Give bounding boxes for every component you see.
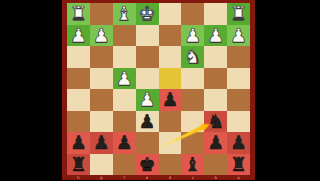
- square-e2[interactable]: [136, 25, 159, 47]
- piece-black-rook: ♜: [227, 154, 250, 176]
- file-label-d: d: [159, 175, 182, 181]
- square-d8[interactable]: [159, 154, 182, 176]
- square-f7[interactable]: ♟: [113, 132, 136, 154]
- video-frame: ♜♝♚♜♟♟♟♟♟♞♟♟♟♟♞♟♟♟♟♟♜♚♝♜ hgfedcba: [0, 0, 320, 180]
- square-h2[interactable]: ♟: [67, 25, 90, 47]
- square-h6[interactable]: [67, 111, 90, 133]
- square-h8[interactable]: ♜: [67, 154, 90, 176]
- square-c3[interactable]: ♞: [181, 46, 204, 68]
- file-label-a: a: [227, 175, 250, 181]
- piece-white-rook: ♜: [67, 3, 90, 25]
- square-d6[interactable]: [159, 111, 182, 133]
- square-d4[interactable]: [159, 68, 182, 90]
- board-frame: ♜♝♚♜♟♟♟♟♟♞♟♟♟♟♞♟♟♟♟♟♜♚♝♜ hgfedcba: [62, 0, 255, 180]
- piece-black-knight: ♞: [204, 111, 227, 133]
- piece-white-pawn: ♟: [113, 68, 136, 90]
- file-label-h: h: [67, 175, 90, 181]
- square-c8[interactable]: ♝: [181, 154, 204, 176]
- square-d5[interactable]: ♟: [159, 89, 182, 111]
- square-d1[interactable]: [159, 3, 182, 25]
- square-e8[interactable]: ♚: [136, 154, 159, 176]
- square-g4[interactable]: [90, 68, 113, 90]
- square-h4[interactable]: [67, 68, 90, 90]
- piece-black-pawn: ♟: [227, 132, 250, 154]
- square-a4[interactable]: [227, 68, 250, 90]
- piece-white-pawn: ♟: [90, 25, 113, 47]
- file-label-c: c: [181, 175, 204, 181]
- square-h1[interactable]: ♜: [67, 3, 90, 25]
- square-b1[interactable]: [204, 3, 227, 25]
- square-b4[interactable]: [204, 68, 227, 90]
- square-b8[interactable]: [204, 154, 227, 176]
- square-d3[interactable]: [159, 46, 182, 68]
- square-g6[interactable]: [90, 111, 113, 133]
- piece-white-bishop: ♝: [113, 3, 136, 25]
- piece-white-knight: ♞: [181, 46, 204, 68]
- square-c2[interactable]: ♟: [181, 25, 204, 47]
- square-a8[interactable]: ♜: [227, 154, 250, 176]
- piece-black-pawn: ♟: [113, 132, 136, 154]
- square-b2[interactable]: ♟: [204, 25, 227, 47]
- square-c5[interactable]: [181, 89, 204, 111]
- file-label-e: e: [136, 175, 159, 181]
- piece-black-rook: ♜: [67, 154, 90, 176]
- square-b5[interactable]: [204, 89, 227, 111]
- square-h7[interactable]: ♟: [67, 132, 90, 154]
- file-label-b: b: [204, 175, 227, 181]
- square-g8[interactable]: [90, 154, 113, 176]
- square-c4[interactable]: [181, 68, 204, 90]
- piece-white-pawn: ♟: [67, 25, 90, 47]
- square-f5[interactable]: [113, 89, 136, 111]
- square-a6[interactable]: [227, 111, 250, 133]
- file-coordinates: hgfedcba: [67, 175, 250, 181]
- square-a7[interactable]: ♟: [227, 132, 250, 154]
- square-c6[interactable]: [181, 111, 204, 133]
- square-b3[interactable]: [204, 46, 227, 68]
- piece-black-pawn: ♟: [159, 89, 182, 111]
- square-f2[interactable]: [113, 25, 136, 47]
- square-e6[interactable]: ♟: [136, 111, 159, 133]
- square-a3[interactable]: [227, 46, 250, 68]
- piece-white-pawn: ♟: [227, 25, 250, 47]
- square-e7[interactable]: [136, 132, 159, 154]
- letterbox-right: [255, 0, 320, 180]
- square-h3[interactable]: [67, 46, 90, 68]
- square-c1[interactable]: [181, 3, 204, 25]
- letterbox-left: [0, 0, 62, 180]
- square-f4[interactable]: ♟: [113, 68, 136, 90]
- square-f3[interactable]: [113, 46, 136, 68]
- square-g1[interactable]: [90, 3, 113, 25]
- file-label-f: f: [113, 175, 136, 181]
- piece-black-pawn: ♟: [67, 132, 90, 154]
- piece-black-bishop: ♝: [181, 154, 204, 176]
- square-d7[interactable]: [159, 132, 182, 154]
- square-c7[interactable]: [181, 132, 204, 154]
- piece-white-pawn: ♟: [136, 89, 159, 111]
- file-label-g: g: [90, 175, 113, 181]
- square-f8[interactable]: [113, 154, 136, 176]
- square-g2[interactable]: ♟: [90, 25, 113, 47]
- square-g7[interactable]: ♟: [90, 132, 113, 154]
- square-e3[interactable]: [136, 46, 159, 68]
- piece-white-rook: ♜: [227, 3, 250, 25]
- square-g5[interactable]: [90, 89, 113, 111]
- piece-black-king: ♚: [136, 154, 159, 176]
- piece-black-pawn: ♟: [90, 132, 113, 154]
- piece-white-pawn: ♟: [204, 25, 227, 47]
- square-d2[interactable]: [159, 25, 182, 47]
- square-a5[interactable]: [227, 89, 250, 111]
- square-a2[interactable]: ♟: [227, 25, 250, 47]
- square-a1[interactable]: ♜: [227, 3, 250, 25]
- square-e4[interactable]: [136, 68, 159, 90]
- square-b7[interactable]: ♟: [204, 132, 227, 154]
- piece-black-pawn: ♟: [136, 111, 159, 133]
- square-e1[interactable]: ♚: [136, 3, 159, 25]
- piece-white-king: ♚: [136, 3, 159, 25]
- square-g3[interactable]: [90, 46, 113, 68]
- square-f1[interactable]: ♝: [113, 3, 136, 25]
- piece-black-pawn: ♟: [204, 132, 227, 154]
- square-f6[interactable]: [113, 111, 136, 133]
- square-h5[interactable]: [67, 89, 90, 111]
- piece-white-pawn: ♟: [181, 25, 204, 47]
- chess-board: ♜♝♚♜♟♟♟♟♟♞♟♟♟♟♞♟♟♟♟♟♜♚♝♜: [67, 3, 250, 175]
- square-e5[interactable]: ♟: [136, 89, 159, 111]
- square-b6[interactable]: ♞: [204, 111, 227, 133]
